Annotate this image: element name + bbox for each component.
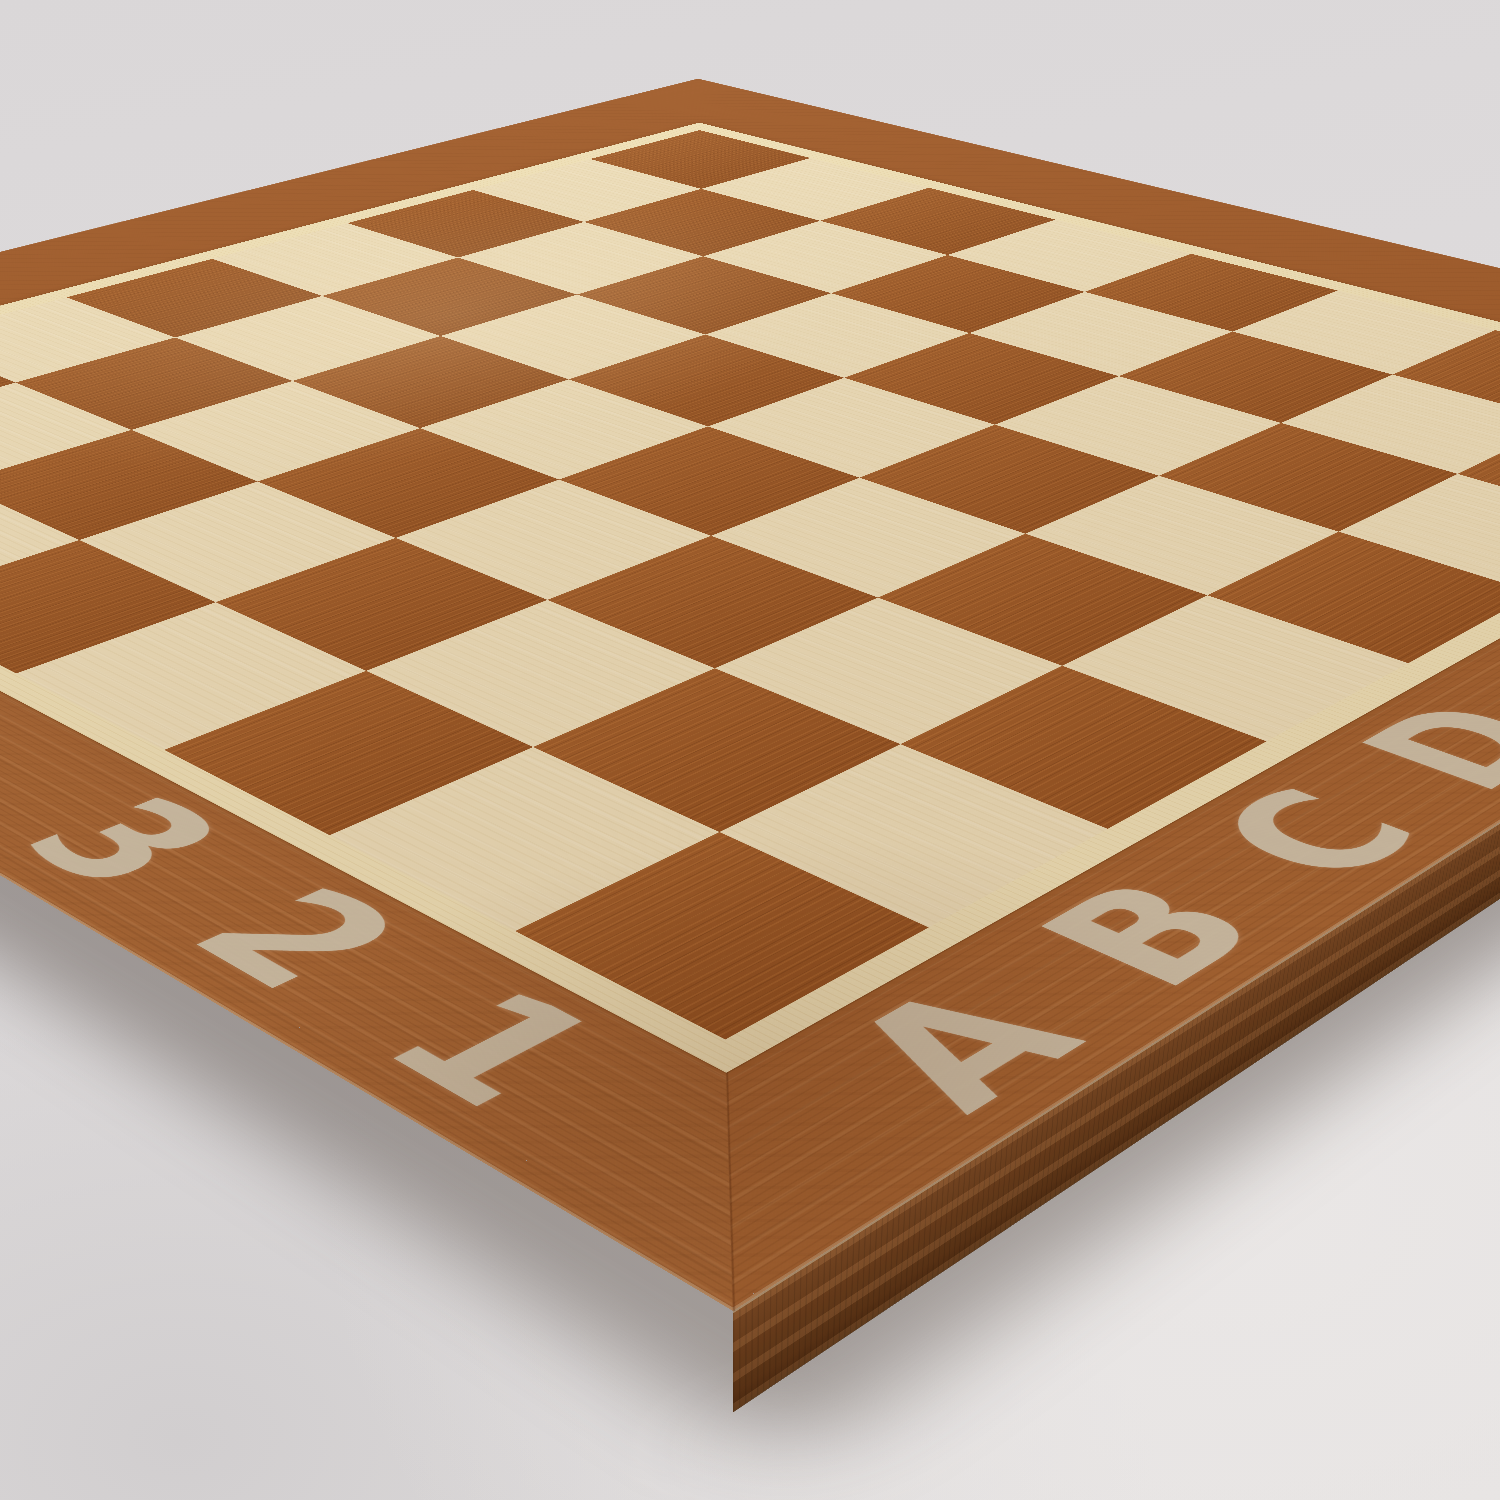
photo-backdrop: ABCD 123: [0, 0, 1500, 1500]
chess-board: ABCD 123: [0, 79, 1500, 1311]
board-top: ABCD 123: [0, 79, 1500, 1311]
scene: ABCD 123: [0, 0, 1500, 1500]
